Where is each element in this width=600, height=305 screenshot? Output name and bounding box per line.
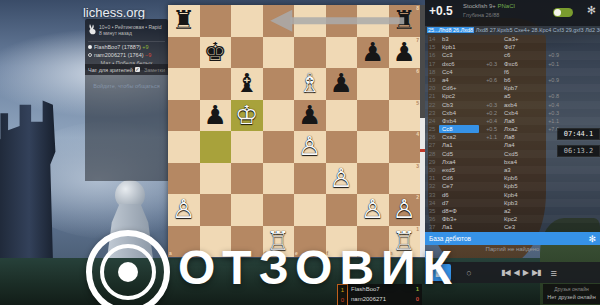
move-number: 36 — [425, 215, 439, 223]
square-b2[interactable] — [200, 194, 232, 226]
square-a5[interactable] — [168, 100, 200, 132]
coord-rank-6: 6 — [416, 69, 419, 74]
white-move[interactable]: dxc6 — [439, 60, 479, 68]
square-h4[interactable]: 4 — [389, 131, 421, 163]
black-move[interactable]: Фd7 — [501, 43, 541, 51]
white-color-icon — [88, 45, 92, 49]
move-number: 16 — [425, 51, 439, 59]
move-row-35: 35d8=Фa2 — [425, 207, 600, 215]
square-c7[interactable] — [231, 37, 263, 69]
black-move[interactable]: Сa3+ — [501, 35, 541, 43]
square-e3[interactable] — [294, 163, 326, 195]
square-d6[interactable] — [263, 68, 295, 100]
move-number: 23 — [425, 109, 439, 117]
score-left-value: 0 — [338, 295, 347, 305]
site-title: lichess.org — [62, 5, 166, 20]
square-h8[interactable]: ♜8 — [389, 5, 421, 37]
black-move[interactable]: Крb5 — [501, 182, 541, 190]
black-move[interactable]: a2 — [501, 207, 541, 215]
engine-badge: PNaCl — [498, 3, 515, 9]
black-move[interactable]: Крb4 — [501, 191, 541, 199]
move-number: 14 — [425, 35, 439, 43]
square-b7[interactable]: ♚ — [200, 37, 232, 69]
black-move[interactable]: Крc2 — [501, 215, 541, 223]
watermark-text: ОТЗОВИК — [178, 244, 459, 292]
black-move[interactable]: a5 — [501, 92, 541, 100]
move-number: 27 — [425, 141, 439, 149]
watermark-logo-dot — [118, 262, 138, 282]
step-back-icon[interactable]: ◀ — [514, 264, 519, 281]
engine-toggle[interactable] — [553, 8, 573, 17]
pv-rest: Лxd8 27.Крxb5 Сxe4+ 28.Крc4 Сxf3 29.gxf3… — [474, 27, 600, 33]
move-row-19: 19a4+0.6b6+0.9 — [425, 76, 600, 84]
square-h2[interactable]: ♙2 — [389, 194, 421, 226]
black-player-line[interactable]: nam2006271 (1764) −9 — [88, 52, 165, 60]
chat-body[interactable]: Войдите, чтобы общаться — [85, 75, 168, 181]
rapid-rabbit-icon — [88, 21, 96, 39]
white-move-eval: +0.2 — [479, 109, 501, 117]
engine-depth: Глубина 26/88 — [463, 12, 499, 18]
move-row-21: 21Крc2a5+0.8 — [425, 92, 600, 100]
square-c2[interactable] — [231, 194, 263, 226]
white-move[interactable]: d7 — [439, 199, 479, 207]
square-d8[interactable] — [263, 5, 295, 37]
square-c8[interactable] — [231, 5, 263, 37]
move-number: 29 — [425, 158, 439, 166]
white-move[interactable]: Лa1 — [439, 223, 479, 231]
square-f6[interactable]: ♟ — [326, 68, 358, 100]
engine-toggle-knob — [554, 9, 561, 16]
black-move[interactable]: Сe3 — [501, 223, 541, 231]
black-move-eval: +0.9 — [541, 76, 563, 84]
explorer-gear-icon[interactable]: ✻ — [588, 234, 596, 244]
square-h3[interactable]: 3 — [389, 163, 421, 195]
square-f5[interactable] — [326, 100, 358, 132]
black-move[interactable]: Сxb4 — [501, 109, 541, 117]
move-number: 28 — [425, 150, 439, 158]
square-g2[interactable]: ♙ — [357, 194, 389, 226]
move-row-15: 15Крb1Фd7 — [425, 43, 600, 51]
white-clock: 07:44.1 — [557, 128, 600, 140]
move-number: 17 — [425, 60, 439, 68]
black-rook: ♜ — [168, 5, 200, 37]
black-move-eval: +0.9 — [541, 51, 563, 59]
chat-signin-hint: Войдите, чтобы общаться — [85, 83, 168, 89]
move-row-37: 37Лa1Сe3 — [425, 223, 600, 231]
move-number: 26 — [425, 133, 439, 141]
square-b5[interactable]: ♟ — [200, 100, 232, 132]
black-rating-delta: −9 — [145, 52, 151, 58]
black-pawn: ♟ — [200, 100, 232, 132]
move-row-18: 18Сc4f6 — [425, 68, 600, 76]
lichess-analysis-page: lichess.org 10+0 • Рейтинговая • Rapid 8… — [0, 0, 600, 305]
black-pawn: ♟ — [326, 68, 358, 100]
played-ago: 8 минут назад — [99, 30, 162, 37]
square-h6[interactable]: 6 — [389, 68, 421, 100]
score-row[interactable]: nam20062710 — [348, 294, 422, 304]
move-row-16: 16Сc3c6+0.9 — [425, 51, 600, 59]
black-pawn: ♟ — [357, 37, 389, 69]
black-move-eval: +0.3 — [541, 109, 563, 117]
skip-last-icon[interactable]: ▶▮ — [532, 264, 541, 281]
white-move[interactable]: Лa1 — [439, 141, 479, 149]
menu-icon[interactable]: ≡ — [550, 264, 556, 281]
white-move-eval: +0.3 — [479, 101, 501, 109]
move-number: 20 — [425, 84, 439, 92]
black-color-icon — [88, 53, 92, 57]
square-a8[interactable]: ♜ — [168, 5, 200, 37]
move-number: 31 — [425, 174, 439, 182]
square-c6[interactable]: ♝ — [231, 68, 263, 100]
square-d2[interactable] — [263, 194, 295, 226]
move-number: 32 — [425, 182, 439, 190]
move-number: 22 — [425, 101, 439, 109]
white-move[interactable]: exd5 — [439, 166, 479, 174]
square-b4[interactable] — [200, 131, 232, 163]
coord-rank-3: 3 — [416, 164, 419, 169]
white-pawn: ♙ — [326, 163, 358, 195]
white-move[interactable]: Фxb4 — [439, 117, 479, 125]
white-move[interactable]: d6 — [439, 191, 479, 199]
record-circle-icon[interactable]: ○ — [459, 264, 479, 281]
move-number: 30 — [425, 166, 439, 174]
move-row-30: 30exd5a3 — [425, 166, 600, 174]
coord-rank-1: 1 — [416, 227, 419, 232]
move-row-24: 24Фxb4+0.4Лa8+1.1 — [425, 117, 600, 125]
chat-header: Чат для зрителей ✓ Заметки — [85, 64, 168, 75]
black-move[interactable]: Лa8 — [501, 133, 541, 141]
square-a4[interactable] — [168, 131, 200, 163]
square-g7[interactable]: ♟ — [357, 37, 389, 69]
square-f2[interactable] — [326, 194, 358, 226]
chess-board[interactable]: ♜♜8♚♟♟7♝♗♟6♟♔♟5♙4♙3♙♙♙2abc♖defg♖1h — [168, 5, 420, 257]
move-number: 34 — [425, 199, 439, 207]
black-move-eval: +0.1 — [541, 60, 563, 68]
move-number: 18 — [425, 68, 439, 76]
black-move-eval: +0.4 — [541, 101, 563, 109]
coord-rank-4: 4 — [416, 132, 419, 137]
engine-eval-box: +0.5 Stockfish 9+ PNaCl Глубина 26/88 ✻ — [425, 0, 600, 26]
white-pawn: ♙ — [357, 194, 389, 226]
square-f7[interactable] — [326, 37, 358, 69]
score-player-name: nam2006271 — [351, 294, 386, 304]
friends-box: Друзья онлайн Нет друзей онлайн — [543, 284, 600, 304]
tab-notes[interactable]: Заметки — [144, 67, 165, 73]
move-row-32: 32Сe7Крb5 — [425, 182, 600, 190]
square-a3[interactable] — [168, 163, 200, 195]
square-b8[interactable] — [200, 5, 232, 37]
white-move[interactable]: b3 — [439, 35, 479, 43]
pv-current-move[interactable]: 25...Лhd8 26.Лxd8 — [427, 27, 474, 33]
black-move[interactable]: Лa8 — [501, 117, 541, 125]
square-f4[interactable] — [326, 131, 358, 163]
move-row-23: 23Сxb4+0.2Сxb4+0.3 — [425, 109, 600, 117]
square-a7[interactable] — [168, 37, 200, 69]
friends-title: Друзья онлайн — [543, 284, 600, 292]
white-move[interactable]: Крc2 — [439, 92, 479, 100]
skip-first-icon[interactable]: ▮◀ — [501, 264, 510, 281]
black-player-name[interactable]: nam2006271 (1764) — [94, 52, 144, 58]
game-info-box: 10+0 • Рейтинговая • Rapid 8 минут назад… — [85, 19, 168, 70]
white-move-eval: +0.4 — [479, 117, 501, 125]
move-number: 35 — [425, 207, 439, 215]
white-player-name[interactable]: FlashBoo7 (1788?) — [94, 44, 141, 50]
square-e7[interactable] — [294, 37, 326, 69]
white-move[interactable]: Сd5 — [439, 150, 479, 158]
move-row-22: 22Сb3+0.3axb4+0.4 — [425, 101, 600, 109]
square-f3[interactable]: ♙ — [326, 163, 358, 195]
coord-file-a: a — [169, 251, 172, 256]
black-move[interactable]: Крb7 — [501, 84, 541, 92]
coord-rank-2: 2 — [416, 195, 419, 200]
black-clock: 06:13.2 — [557, 145, 600, 157]
square-e5[interactable]: ♟ — [294, 100, 326, 132]
black-move[interactable]: Крb3 — [501, 199, 541, 207]
move-row-31: 31Сd6Крb6 — [425, 174, 600, 182]
score-player-points: 0 — [416, 294, 419, 304]
black-move[interactable]: Крb6 — [501, 174, 541, 182]
white-move[interactable]: Лxa4 — [439, 158, 479, 166]
white-move[interactable]: Сxb4 — [439, 109, 479, 117]
engine-name: Stockfish 9+ — [463, 3, 496, 9]
square-g5[interactable] — [357, 100, 389, 132]
eval-value: +0.5 — [429, 4, 453, 18]
white-move[interactable]: Фb3+ — [439, 215, 479, 223]
square-g4[interactable] — [357, 131, 389, 163]
chat-toggle-checkbox[interactable]: ✓ — [135, 67, 140, 72]
white-move-eval: +0.5 — [479, 125, 501, 133]
move-row-34: 34d7Крb3 — [425, 199, 600, 207]
white-move[interactable]: Сd6+ — [439, 84, 479, 92]
square-e6[interactable]: ♗ — [294, 68, 326, 100]
move-row-33: 33d6Крb4 — [425, 191, 600, 199]
black-move-eval: +1.1 — [541, 117, 563, 125]
coord-rank-8: 8 — [416, 6, 419, 11]
square-e8[interactable] — [294, 5, 326, 37]
square-c3[interactable] — [231, 163, 263, 195]
move-row-20: 20Сd6+Крb7 — [425, 84, 600, 92]
white-pawn: ♙ — [294, 131, 326, 163]
black-move[interactable]: b6 — [501, 76, 541, 84]
coord-rank-5: 5 — [416, 101, 419, 106]
square-e2[interactable] — [294, 194, 326, 226]
square-a2[interactable]: ♙ — [168, 194, 200, 226]
white-move[interactable]: d8=Ф — [439, 207, 479, 215]
white-move[interactable]: Сd6 — [439, 174, 479, 182]
black-move[interactable]: c6 — [501, 51, 541, 59]
white-move[interactable]: Сc8 — [439, 125, 479, 133]
white-move[interactable]: Сc4 — [439, 68, 479, 76]
square-h5[interactable]: 5 — [389, 100, 421, 132]
move-number: 37 — [425, 223, 439, 231]
white-move-eval: +0.3 — [479, 60, 501, 68]
square-c4[interactable] — [231, 131, 263, 163]
square-d5[interactable] — [263, 100, 295, 132]
step-forward-icon[interactable]: ▶ — [523, 264, 528, 281]
friends-empty: Нет друзей онлайн — [543, 292, 600, 300]
white-move[interactable]: Сxa2 — [439, 133, 479, 141]
white-pawn: ♙ — [168, 194, 200, 226]
white-rating-delta: +9 — [142, 44, 148, 50]
move-number: 15 — [425, 43, 439, 51]
black-move[interactable]: Фxc6 — [501, 60, 541, 68]
black-move-eval: +0.8 — [541, 92, 563, 100]
white-bishop: ♗ — [294, 68, 326, 100]
white-move[interactable]: Сc3 — [439, 51, 479, 59]
gear-icon[interactable]: ✻ — [587, 5, 596, 16]
move-number: 21 — [425, 92, 439, 100]
square-d4[interactable] — [263, 131, 295, 163]
white-move[interactable]: Сe7 — [439, 182, 479, 190]
square-h7[interactable]: ♟7 — [389, 37, 421, 69]
square-d7[interactable] — [263, 37, 295, 69]
black-king: ♚ — [200, 37, 232, 69]
square-g8[interactable] — [357, 5, 389, 37]
black-bishop: ♝ — [231, 68, 263, 100]
tab-spectator-chat[interactable]: Чат для зрителей — [88, 67, 133, 73]
black-move[interactable]: a3 — [501, 166, 541, 174]
engine-pv-line[interactable]: 25...Лhd8 26.Лxd8 Лxd8 27.Крxb5 Сxe4+ 28… — [425, 26, 600, 35]
square-b6[interactable] — [200, 68, 232, 100]
move-number: 19 — [425, 76, 439, 84]
white-king: ♔ — [231, 100, 263, 132]
coord-rank-7: 7 — [416, 38, 419, 43]
black-move[interactable]: f6 — [501, 68, 541, 76]
square-b3[interactable] — [200, 163, 232, 195]
white-move-eval: +0.6 — [479, 76, 501, 84]
square-a6[interactable] — [168, 68, 200, 100]
square-d3[interactable] — [263, 163, 295, 195]
square-e4[interactable]: ♙ — [294, 131, 326, 163]
white-move[interactable]: a4 — [439, 76, 479, 84]
move-row-17: 17dxc6+0.3Фxc6+0.1 — [425, 60, 600, 68]
square-g6[interactable] — [357, 68, 389, 100]
move-row-14: 14b3Сa3+ — [425, 35, 600, 43]
move-row-29: 29Лxa4bxa4 — [425, 158, 600, 166]
move-number: 33 — [425, 191, 439, 199]
white-player-line[interactable]: FlashBoo7 (1788?) +9 — [88, 44, 165, 52]
square-g3[interactable] — [357, 163, 389, 195]
black-move[interactable]: Лa4 — [501, 141, 541, 149]
square-c5[interactable]: ♔ — [231, 100, 263, 132]
white-move-eval: +1.1 — [479, 133, 501, 141]
black-pawn: ♟ — [294, 100, 326, 132]
black-move[interactable]: bxa4 — [501, 158, 541, 166]
white-move[interactable]: Крb1 — [439, 43, 479, 51]
square-f8[interactable] — [326, 5, 358, 37]
white-move[interactable]: Сb3 — [439, 101, 479, 109]
watermark-logo — [86, 230, 170, 305]
move-number: 25 — [425, 125, 439, 133]
black-move[interactable]: axb4 — [501, 101, 541, 109]
move-row-36: 36Фb3+Крc2 — [425, 215, 600, 223]
black-move[interactable]: Сxd5 — [501, 150, 541, 158]
black-move[interactable]: Лxa2 — [501, 125, 541, 133]
move-number: 24 — [425, 117, 439, 125]
